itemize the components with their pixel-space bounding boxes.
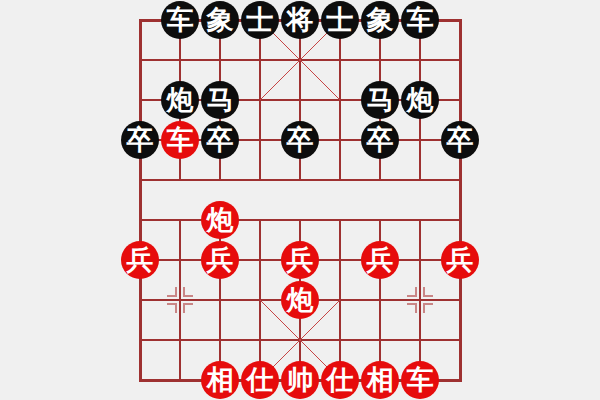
xiangqi-board: 车象士将士象车炮马马炮卒车卒卒卒卒炮兵兵兵兵兵炮相仕帅仕相车 xyxy=(120,0,480,400)
board-point[interactable] xyxy=(200,40,240,80)
red-cannon[interactable]: 炮 xyxy=(281,281,319,319)
board-point[interactable] xyxy=(200,320,240,360)
board-point[interactable] xyxy=(280,200,320,240)
board-point[interactable] xyxy=(200,160,240,200)
board-point[interactable] xyxy=(400,280,440,320)
black-advisor[interactable]: 士 xyxy=(321,1,359,39)
board-point[interactable]: 象 xyxy=(360,0,400,40)
board-point[interactable] xyxy=(400,160,440,200)
board-point[interactable] xyxy=(320,80,360,120)
board-point[interactable]: 相 xyxy=(360,360,400,400)
board-point[interactable] xyxy=(360,200,400,240)
board-point[interactable] xyxy=(160,40,200,80)
board-point[interactable] xyxy=(240,200,280,240)
red-elephant[interactable]: 相 xyxy=(201,361,239,399)
board-point[interactable] xyxy=(360,40,400,80)
red-soldier[interactable]: 兵 xyxy=(441,241,479,279)
board-point[interactable]: 马 xyxy=(360,80,400,120)
red-soldier[interactable]: 兵 xyxy=(121,241,159,279)
board-point[interactable]: 卒 xyxy=(120,120,160,160)
red-soldier[interactable]: 兵 xyxy=(201,241,239,279)
board-point[interactable]: 车 xyxy=(400,360,440,400)
black-cannon[interactable]: 炮 xyxy=(401,81,439,119)
board-point[interactable] xyxy=(200,280,240,320)
black-horse[interactable]: 马 xyxy=(201,81,239,119)
board-point[interactable] xyxy=(320,280,360,320)
board-point[interactable] xyxy=(160,280,200,320)
board-point[interactable]: 相 xyxy=(200,360,240,400)
board-point[interactable] xyxy=(440,280,480,320)
board-point[interactable] xyxy=(240,280,280,320)
board-point[interactable]: 兵 xyxy=(440,240,480,280)
board-point[interactable] xyxy=(280,80,320,120)
black-chariot[interactable]: 车 xyxy=(401,1,439,39)
board-point[interactable]: 炮 xyxy=(400,80,440,120)
board-point[interactable] xyxy=(440,160,480,200)
board-point[interactable]: 车 xyxy=(160,0,200,40)
board-point[interactable] xyxy=(120,360,160,400)
red-advisor[interactable]: 仕 xyxy=(241,361,279,399)
board-point[interactable]: 士 xyxy=(320,0,360,40)
red-soldier[interactable]: 兵 xyxy=(361,241,399,279)
red-general[interactable]: 帅 xyxy=(281,361,319,399)
board-point[interactable] xyxy=(240,160,280,200)
board-point[interactable] xyxy=(440,0,480,40)
board-point[interactable] xyxy=(440,40,480,80)
board-point[interactable] xyxy=(240,240,280,280)
black-soldier[interactable]: 卒 xyxy=(281,121,319,159)
board-point[interactable] xyxy=(440,320,480,360)
board-point[interactable] xyxy=(400,240,440,280)
board-point[interactable] xyxy=(320,160,360,200)
red-chariot[interactable]: 车 xyxy=(401,361,439,399)
red-advisor[interactable]: 仕 xyxy=(321,361,359,399)
board-point[interactable]: 将 xyxy=(280,0,320,40)
board-point[interactable] xyxy=(240,320,280,360)
black-soldier[interactable]: 卒 xyxy=(441,121,479,159)
black-elephant[interactable]: 象 xyxy=(361,1,399,39)
board-point[interactable] xyxy=(120,320,160,360)
board-point[interactable] xyxy=(320,120,360,160)
board-point[interactable]: 车 xyxy=(400,0,440,40)
board-point[interactable]: 兵 xyxy=(360,240,400,280)
board-point[interactable] xyxy=(240,120,280,160)
board-point[interactable] xyxy=(320,200,360,240)
board-point[interactable] xyxy=(160,160,200,200)
board-point[interactable] xyxy=(280,160,320,200)
board-point[interactable] xyxy=(400,40,440,80)
board-point[interactable] xyxy=(120,80,160,120)
board-point[interactable]: 兵 xyxy=(200,240,240,280)
board-point[interactable] xyxy=(120,0,160,40)
board-point[interactable]: 卒 xyxy=(200,120,240,160)
red-elephant[interactable]: 相 xyxy=(361,361,399,399)
black-elephant[interactable]: 象 xyxy=(201,1,239,39)
board-point[interactable]: 仕 xyxy=(240,360,280,400)
board-point[interactable] xyxy=(160,200,200,240)
red-cannon[interactable]: 炮 xyxy=(201,201,239,239)
board-point[interactable] xyxy=(280,320,320,360)
black-chariot[interactable]: 车 xyxy=(161,1,199,39)
board-point[interactable]: 炮 xyxy=(200,200,240,240)
board-point[interactable] xyxy=(240,40,280,80)
board-point[interactable]: 车 xyxy=(160,120,200,160)
board-point[interactable] xyxy=(120,160,160,200)
board-point[interactable]: 炮 xyxy=(280,280,320,320)
black-cannon[interactable]: 炮 xyxy=(161,81,199,119)
board-point[interactable]: 士 xyxy=(240,0,280,40)
board-point[interactable] xyxy=(360,320,400,360)
black-soldier[interactable]: 卒 xyxy=(201,121,239,159)
red-soldier[interactable]: 兵 xyxy=(281,241,319,279)
board-point[interactable] xyxy=(400,120,440,160)
board-point[interactable]: 卒 xyxy=(360,120,400,160)
board-point[interactable] xyxy=(440,80,480,120)
board-point[interactable] xyxy=(320,40,360,80)
black-advisor[interactable]: 士 xyxy=(241,1,279,39)
black-soldier[interactable]: 卒 xyxy=(361,121,399,159)
board-point[interactable]: 仕 xyxy=(320,360,360,400)
board-point[interactable] xyxy=(160,320,200,360)
board-point[interactable] xyxy=(160,240,200,280)
board-point[interactable]: 兵 xyxy=(120,240,160,280)
board-grid: 车象士将士象车炮马马炮卒车卒卒卒卒炮兵兵兵兵兵炮相仕帅仕相车 xyxy=(120,0,480,400)
xiangqi-app-screen: 车象士将士象车炮马马炮卒车卒卒卒卒炮兵兵兵兵兵炮相仕帅仕相车 xyxy=(0,0,600,400)
board-point[interactable] xyxy=(320,320,360,360)
board-point[interactable]: 卒 xyxy=(280,120,320,160)
board-point[interactable]: 卒 xyxy=(440,120,480,160)
board-point[interactable] xyxy=(440,200,480,240)
black-soldier[interactable]: 卒 xyxy=(121,121,159,159)
board-point[interactable] xyxy=(440,360,480,400)
board-point[interactable] xyxy=(280,40,320,80)
board-point[interactable] xyxy=(360,280,400,320)
board-point[interactable] xyxy=(160,360,200,400)
board-point[interactable]: 炮 xyxy=(160,80,200,120)
board-point[interactable]: 马 xyxy=(200,80,240,120)
board-point[interactable] xyxy=(120,280,160,320)
black-horse[interactable]: 马 xyxy=(361,81,399,119)
board-point[interactable] xyxy=(320,240,360,280)
board-point[interactable]: 兵 xyxy=(280,240,320,280)
board-point[interactable] xyxy=(240,80,280,120)
board-point[interactable] xyxy=(120,200,160,240)
red-chariot[interactable]: 车 xyxy=(161,121,199,159)
board-point[interactable] xyxy=(400,320,440,360)
board-point[interactable] xyxy=(120,40,160,80)
board-point[interactable] xyxy=(360,160,400,200)
board-point[interactable]: 象 xyxy=(200,0,240,40)
board-point[interactable] xyxy=(400,200,440,240)
board-point[interactable]: 帅 xyxy=(280,360,320,400)
black-general[interactable]: 将 xyxy=(281,1,319,39)
